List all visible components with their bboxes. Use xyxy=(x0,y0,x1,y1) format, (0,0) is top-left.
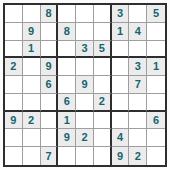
cell-r9c4[interactable] xyxy=(58,147,76,165)
cell-r6c1[interactable] xyxy=(5,94,23,112)
cell-r1c3[interactable]: 8 xyxy=(41,5,59,23)
cell-r8c9[interactable] xyxy=(147,129,165,147)
cell-r1c2[interactable] xyxy=(23,5,41,23)
cell-r9c6[interactable] xyxy=(94,147,112,165)
cell-r4c2[interactable] xyxy=(23,58,41,76)
cell-r2c2[interactable]: 9 xyxy=(23,23,41,41)
cell-r8c3[interactable] xyxy=(41,129,59,147)
cell-r1c6[interactable] xyxy=(94,5,112,23)
cell-r8c1[interactable] xyxy=(5,129,23,147)
cell-r6c3[interactable] xyxy=(41,94,59,112)
cell-r3c6[interactable]: 5 xyxy=(94,41,112,59)
cell-r2c3[interactable] xyxy=(41,23,59,41)
cell-r8c2[interactable] xyxy=(23,129,41,147)
cell-r1c8[interactable] xyxy=(129,5,147,23)
cell-r1c4[interactable] xyxy=(58,5,76,23)
cell-r2c7[interactable]: 1 xyxy=(112,23,130,41)
cell-r8c7[interactable]: 4 xyxy=(112,129,130,147)
cell-r1c9[interactable]: 5 xyxy=(147,5,165,23)
cell-r5c6[interactable] xyxy=(94,76,112,94)
cell-r8c4[interactable]: 9 xyxy=(58,129,76,147)
cell-r9c1[interactable] xyxy=(5,147,23,165)
cell-r6c9[interactable] xyxy=(147,94,165,112)
cell-r5c9[interactable] xyxy=(147,76,165,94)
cell-r2c4[interactable]: 8 xyxy=(58,23,76,41)
cell-r9c8[interactable]: 2 xyxy=(129,147,147,165)
cell-r9c3[interactable]: 7 xyxy=(41,147,59,165)
cell-r7c3[interactable] xyxy=(41,112,59,130)
cell-r7c6[interactable] xyxy=(94,112,112,130)
cell-r6c7[interactable] xyxy=(112,94,130,112)
cell-r7c7[interactable] xyxy=(112,112,130,130)
cell-r3c5[interactable]: 3 xyxy=(76,41,94,59)
cell-r5c8[interactable]: 7 xyxy=(129,76,147,94)
cell-r7c1[interactable]: 9 xyxy=(5,112,23,130)
cell-r9c2[interactable] xyxy=(23,147,41,165)
cell-r1c5[interactable] xyxy=(76,5,94,23)
cell-r7c5[interactable] xyxy=(76,112,94,130)
cell-r4c1[interactable]: 2 xyxy=(5,58,23,76)
cell-r4c4[interactable] xyxy=(58,58,76,76)
cell-r4c6[interactable] xyxy=(94,58,112,76)
cell-r6c5[interactable] xyxy=(76,94,94,112)
cell-r6c2[interactable] xyxy=(23,94,41,112)
cell-r5c3[interactable]: 6 xyxy=(41,76,59,94)
cell-r8c8[interactable] xyxy=(129,129,147,147)
cell-r6c6[interactable]: 2 xyxy=(94,94,112,112)
cell-r3c2[interactable]: 1 xyxy=(23,41,41,59)
cell-r3c1[interactable] xyxy=(5,41,23,59)
cell-r5c1[interactable] xyxy=(5,76,23,94)
cell-r2c6[interactable] xyxy=(94,23,112,41)
cell-r1c1[interactable] xyxy=(5,5,23,23)
cell-r1c7[interactable]: 3 xyxy=(112,5,130,23)
cell-r4c9[interactable]: 1 xyxy=(147,58,165,76)
cell-r6c8[interactable] xyxy=(129,94,147,112)
cell-r5c2[interactable] xyxy=(23,76,41,94)
cell-r2c8[interactable]: 4 xyxy=(129,23,147,41)
cell-r9c7[interactable]: 9 xyxy=(112,147,130,165)
cell-r2c9[interactable] xyxy=(147,23,165,41)
cell-r5c7[interactable] xyxy=(112,76,130,94)
cell-r4c7[interactable] xyxy=(112,58,130,76)
cell-r8c5[interactable]: 2 xyxy=(76,129,94,147)
cell-r3c9[interactable] xyxy=(147,41,165,59)
cell-r9c5[interactable] xyxy=(76,147,94,165)
cell-r2c5[interactable] xyxy=(76,23,94,41)
cell-r7c4[interactable]: 1 xyxy=(58,112,76,130)
cell-r3c4[interactable] xyxy=(58,41,76,59)
cell-r6c4[interactable]: 6 xyxy=(58,94,76,112)
sudoku-board: 83598141352931697629216924792 xyxy=(3,3,167,167)
cell-r3c7[interactable] xyxy=(112,41,130,59)
cell-r5c4[interactable] xyxy=(58,76,76,94)
cell-r2c1[interactable] xyxy=(5,23,23,41)
cell-r7c9[interactable]: 6 xyxy=(147,112,165,130)
cell-r9c9[interactable] xyxy=(147,147,165,165)
cell-r3c8[interactable] xyxy=(129,41,147,59)
cell-r8c6[interactable] xyxy=(94,129,112,147)
cell-r4c5[interactable] xyxy=(76,58,94,76)
cell-r4c8[interactable]: 3 xyxy=(129,58,147,76)
cell-r4c3[interactable]: 9 xyxy=(41,58,59,76)
sudoku-page: 83598141352931697629216924792 xyxy=(0,0,170,170)
cell-r7c2[interactable]: 2 xyxy=(23,112,41,130)
cell-r3c3[interactable] xyxy=(41,41,59,59)
cell-r7c8[interactable] xyxy=(129,112,147,130)
cell-r5c5[interactable]: 9 xyxy=(76,76,94,94)
